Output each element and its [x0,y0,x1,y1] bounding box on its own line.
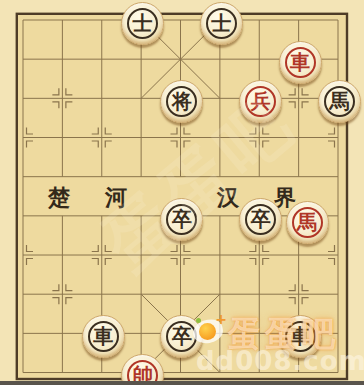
piece-glyph: 士 [211,13,231,33]
piece-glyph: 馬 [329,91,349,111]
piece-ring: 卒 [166,321,197,352]
piece-ring: 馬 [324,86,355,117]
piece-red-soldier[interactable]: 兵 [239,80,282,123]
piece-glyph: 士 [133,13,153,33]
piece-glyph: 車 [290,52,310,72]
piece-glyph: 兵 [251,91,271,111]
piece-glyph: 車 [290,326,310,346]
piece-glyph: 将 [172,91,192,111]
piece-glyph: 卒 [172,209,192,229]
piece-ring: 卒 [245,204,276,235]
piece-black-horse[interactable]: 馬 [318,80,361,123]
piece-ring: 馬 [292,207,323,238]
board-bottom-edge [0,381,364,385]
piece-ring: 車 [285,47,316,78]
piece-glyph: 馬 [297,212,317,232]
piece-black-chariot[interactable]: 車 [279,315,322,358]
pieces-layer[interactable]: 士士車将兵馬卒卒馬車卒車帥 [3,0,358,385]
piece-ring: 卒 [166,204,197,235]
piece-ring: 士 [206,8,237,39]
piece-red-horse[interactable]: 馬 [286,201,329,244]
piece-black-general[interactable]: 将 [160,80,203,123]
piece-black-advisor[interactable]: 士 [200,2,243,45]
piece-ring: 将 [166,86,197,117]
piece-glyph: 卒 [172,326,192,346]
piece-black-chariot[interactable]: 車 [82,315,125,358]
piece-black-soldier[interactable]: 卒 [160,198,203,241]
piece-black-soldier[interactable]: 卒 [160,315,203,358]
piece-red-chariot[interactable]: 車 [279,41,322,84]
piece-ring: 兵 [245,86,276,117]
xiangqi-board: 楚河 汉界 士士車将兵馬卒卒馬車卒車帥 蛋蛋吧 + 蛋蛋吧 dd008.com [0,0,364,385]
piece-black-advisor[interactable]: 士 [121,2,164,45]
piece-black-soldier[interactable]: 卒 [239,198,282,241]
piece-glyph: 卒 [251,209,271,229]
piece-glyph: 車 [93,326,113,346]
piece-ring: 車 [88,321,119,352]
piece-ring: 士 [127,8,158,39]
piece-ring: 車 [285,321,316,352]
